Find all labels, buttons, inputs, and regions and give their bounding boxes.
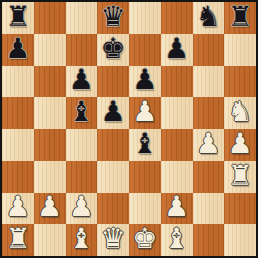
square-d1[interactable]: ♛: [97, 224, 129, 256]
square-d6[interactable]: [97, 66, 129, 98]
white-pawn-piece[interactable]: ♟: [37, 193, 62, 221]
square-c8[interactable]: [66, 2, 98, 34]
square-e6[interactable]: ♟: [129, 66, 161, 98]
white-rook-piece[interactable]: ♜: [5, 225, 30, 253]
black-bishop-piece[interactable]: ♝: [132, 130, 157, 158]
square-d2[interactable]: [97, 193, 129, 225]
square-b8[interactable]: [34, 2, 66, 34]
square-e4[interactable]: ♝: [129, 129, 161, 161]
square-g1[interactable]: [193, 224, 225, 256]
square-c5[interactable]: ♝: [66, 97, 98, 129]
white-queen-piece[interactable]: ♛: [101, 225, 126, 253]
square-b1[interactable]: [34, 224, 66, 256]
square-d8[interactable]: ♛: [97, 2, 129, 34]
black-bishop-piece[interactable]: ♝: [69, 98, 94, 126]
square-h3[interactable]: ♜: [224, 161, 256, 193]
black-king-piece[interactable]: ♚: [101, 35, 126, 63]
black-pawn-piece[interactable]: ♟: [5, 35, 30, 63]
square-c7[interactable]: [66, 34, 98, 66]
square-a5[interactable]: [2, 97, 34, 129]
square-f5[interactable]: [161, 97, 193, 129]
square-a6[interactable]: [2, 66, 34, 98]
square-h2[interactable]: [224, 193, 256, 225]
square-g7[interactable]: [193, 34, 225, 66]
square-h4[interactable]: ♟: [224, 129, 256, 161]
black-pawn-piece[interactable]: ♟: [132, 66, 157, 94]
square-b2[interactable]: ♟: [34, 193, 66, 225]
square-a3[interactable]: [2, 161, 34, 193]
square-e8[interactable]: [129, 2, 161, 34]
square-g3[interactable]: [193, 161, 225, 193]
square-h6[interactable]: [224, 66, 256, 98]
square-h5[interactable]: ♞: [224, 97, 256, 129]
black-pawn-piece[interactable]: ♟: [164, 35, 189, 63]
white-king-piece[interactable]: ♚: [132, 225, 157, 253]
white-pawn-piece[interactable]: ♟: [5, 193, 30, 221]
square-f4[interactable]: [161, 129, 193, 161]
square-h7[interactable]: [224, 34, 256, 66]
square-g5[interactable]: [193, 97, 225, 129]
black-rook-piece[interactable]: ♜: [228, 3, 253, 31]
white-pawn-piece[interactable]: ♟: [132, 98, 157, 126]
white-bishop-piece[interactable]: ♝: [69, 225, 94, 253]
square-e1[interactable]: ♚: [129, 224, 161, 256]
square-d7[interactable]: ♚: [97, 34, 129, 66]
black-pawn-piece[interactable]: ♟: [69, 66, 94, 94]
square-f2[interactable]: ♟: [161, 193, 193, 225]
square-b4[interactable]: [34, 129, 66, 161]
black-rook-piece[interactable]: ♜: [5, 3, 30, 31]
square-d3[interactable]: [97, 161, 129, 193]
square-c3[interactable]: [66, 161, 98, 193]
square-g2[interactable]: [193, 193, 225, 225]
black-pawn-piece[interactable]: ♟: [101, 98, 126, 126]
square-c4[interactable]: [66, 129, 98, 161]
black-knight-piece[interactable]: ♞: [196, 3, 221, 31]
chess-board-frame: ♜♛♞♜♟♚♟♟♟♝♟♟♞♝♟♟♜♟♟♟♟♜♝♛♚♝: [0, 0, 258, 258]
square-h1[interactable]: [224, 224, 256, 256]
square-b3[interactable]: [34, 161, 66, 193]
white-pawn-piece[interactable]: ♟: [196, 130, 221, 158]
chess-board: ♜♛♞♜♟♚♟♟♟♝♟♟♞♝♟♟♜♟♟♟♟♜♝♛♚♝: [2, 2, 256, 256]
square-a7[interactable]: ♟: [2, 34, 34, 66]
square-a2[interactable]: ♟: [2, 193, 34, 225]
square-d5[interactable]: ♟: [97, 97, 129, 129]
square-a4[interactable]: [2, 129, 34, 161]
square-e2[interactable]: [129, 193, 161, 225]
black-queen-piece[interactable]: ♛: [101, 3, 126, 31]
square-f7[interactable]: ♟: [161, 34, 193, 66]
white-bishop-piece[interactable]: ♝: [164, 225, 189, 253]
square-e3[interactable]: [129, 161, 161, 193]
square-f8[interactable]: [161, 2, 193, 34]
square-c1[interactable]: ♝: [66, 224, 98, 256]
square-f6[interactable]: [161, 66, 193, 98]
square-a8[interactable]: ♜: [2, 2, 34, 34]
square-d4[interactable]: [97, 129, 129, 161]
square-g4[interactable]: ♟: [193, 129, 225, 161]
square-a1[interactable]: ♜: [2, 224, 34, 256]
square-h8[interactable]: ♜: [224, 2, 256, 34]
square-b7[interactable]: [34, 34, 66, 66]
white-pawn-piece[interactable]: ♟: [164, 193, 189, 221]
square-g6[interactable]: [193, 66, 225, 98]
square-e7[interactable]: [129, 34, 161, 66]
square-c2[interactable]: ♟: [66, 193, 98, 225]
square-g8[interactable]: ♞: [193, 2, 225, 34]
white-pawn-piece[interactable]: ♟: [69, 193, 94, 221]
white-rook-piece[interactable]: ♜: [228, 162, 253, 190]
square-f1[interactable]: ♝: [161, 224, 193, 256]
square-e5[interactable]: ♟: [129, 97, 161, 129]
square-c6[interactable]: ♟: [66, 66, 98, 98]
square-b5[interactable]: [34, 97, 66, 129]
white-pawn-piece[interactable]: ♟: [228, 130, 253, 158]
white-knight-piece[interactable]: ♞: [228, 98, 253, 126]
square-f3[interactable]: [161, 161, 193, 193]
square-b6[interactable]: [34, 66, 66, 98]
